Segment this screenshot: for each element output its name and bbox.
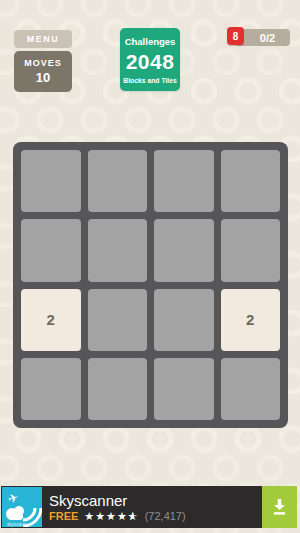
ad-info: Skyscanner FREE ★★★★★☆ (72,417)	[49, 492, 262, 522]
menu-button[interactable]: MENU	[14, 30, 72, 48]
empty-cell	[21, 358, 81, 420]
svg-text:skyscanner: skyscanner	[7, 522, 31, 527]
ad-price: FREE	[49, 510, 78, 522]
half-star-icon: ★☆	[128, 510, 139, 522]
install-button[interactable]	[262, 486, 297, 528]
empty-cell	[88, 358, 148, 420]
challenges-card[interactable]: Challenges 2048 Blocks and Tiles	[120, 28, 180, 91]
ad-ratings-count: (72,417)	[145, 510, 186, 522]
notification-badge: 8	[227, 27, 244, 45]
rating-stars: ★★★★★☆	[84, 510, 138, 522]
empty-cell	[21, 219, 81, 281]
tile-2: 2	[221, 289, 281, 351]
game-screen: MENU MOVES 10 Challenges 2048 Blocks and…	[0, 0, 300, 533]
moves-value: 10	[36, 70, 50, 85]
full-stars: ★★★★	[84, 510, 127, 522]
empty-cell	[154, 150, 214, 212]
skyscanner-logo-icon[interactable]: ✈ skyscanner	[2, 487, 42, 527]
empty-cell	[154, 219, 214, 281]
tile-2: 2	[21, 289, 81, 351]
empty-cell	[154, 289, 214, 351]
moves-label: MOVES	[24, 58, 62, 68]
empty-cell	[221, 150, 281, 212]
board[interactable]: 22	[13, 142, 288, 428]
empty-cell	[221, 219, 281, 281]
empty-cell	[221, 358, 281, 420]
empty-cell	[154, 358, 214, 420]
challenges-card-label: Challenges	[125, 36, 176, 47]
download-icon	[271, 498, 288, 516]
empty-cell	[88, 150, 148, 212]
game-title: 2048	[126, 50, 175, 74]
moves-counter: MOVES 10	[14, 51, 72, 92]
empty-cell	[21, 150, 81, 212]
empty-cell	[88, 219, 148, 281]
ad-banner[interactable]: ✈ skyscanner Skyscanner FREE ★★★★★☆ (72,…	[1, 486, 297, 528]
ad-app-name: Skyscanner	[49, 492, 262, 509]
game-subtitle: Blocks and Tiles	[123, 77, 177, 84]
empty-cell	[88, 289, 148, 351]
